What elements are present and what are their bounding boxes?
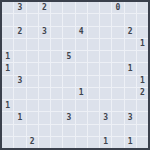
grid-cell-empty[interactable]: [76, 2, 87, 13]
grid-cell-empty[interactable]: [63, 14, 74, 25]
grid-cell-empty[interactable]: [39, 76, 50, 87]
grid-cell-empty[interactable]: [39, 100, 50, 111]
grid-cell-empty[interactable]: [63, 39, 74, 50]
grid-cell-empty[interactable]: [76, 125, 87, 136]
grid-cell-empty[interactable]: [125, 2, 136, 13]
grid-cell-empty[interactable]: [39, 63, 50, 74]
grid-cell-empty[interactable]: [2, 76, 13, 87]
grid-cell-empty[interactable]: [76, 76, 87, 87]
grid-cell-empty[interactable]: [100, 14, 111, 25]
grid-cell-empty[interactable]: [88, 76, 99, 87]
grid-cell-empty[interactable]: [112, 51, 123, 62]
grid-cell-empty[interactable]: [51, 88, 62, 99]
grid-cell-empty[interactable]: [88, 2, 99, 13]
grid-cell-clue[interactable]: 1: [137, 39, 148, 50]
grid-cell-empty[interactable]: [39, 112, 50, 123]
grid-cell-empty[interactable]: [125, 39, 136, 50]
grid-cell-empty[interactable]: [112, 112, 123, 123]
grid-cell-empty[interactable]: [125, 76, 136, 87]
grid-cell-empty[interactable]: [14, 51, 25, 62]
grid-cell-empty[interactable]: [2, 125, 13, 136]
grid-cell-empty[interactable]: [88, 100, 99, 111]
grid-cell-clue[interactable]: 3: [63, 112, 74, 123]
grid-cell-empty[interactable]: [112, 39, 123, 50]
grid-cell-empty[interactable]: [112, 125, 123, 136]
puzzle-board: 320234211511311211333211: [0, 0, 150, 150]
grid-cell-clue[interactable]: 3: [14, 76, 25, 87]
grid-cell-empty[interactable]: [88, 112, 99, 123]
grid-cell-empty[interactable]: [137, 112, 148, 123]
grid-cell-empty[interactable]: [88, 51, 99, 62]
grid-cell-empty[interactable]: [63, 137, 74, 148]
grid-cell-empty[interactable]: [27, 88, 38, 99]
grid-cell-clue[interactable]: 2: [125, 27, 136, 38]
grid-cell-empty[interactable]: [51, 125, 62, 136]
grid-cell-empty[interactable]: [63, 2, 74, 13]
grid-cell-empty[interactable]: [63, 88, 74, 99]
grid-cell-empty[interactable]: [63, 27, 74, 38]
grid-cell-empty[interactable]: [51, 14, 62, 25]
grid-cell-empty[interactable]: [112, 63, 123, 74]
grid-cell-empty[interactable]: [88, 137, 99, 148]
grid-cell-clue[interactable]: 2: [137, 88, 148, 99]
grid-cell-empty[interactable]: [27, 63, 38, 74]
grid-cell-clue[interactable]: 1: [2, 51, 13, 62]
grid-cell-empty[interactable]: [88, 39, 99, 50]
grid-cell-empty[interactable]: [27, 112, 38, 123]
grid-cell-empty[interactable]: [2, 137, 13, 148]
grid-cell-empty[interactable]: [100, 88, 111, 99]
grid-cell-empty[interactable]: [2, 14, 13, 25]
grid-cell-empty[interactable]: [88, 88, 99, 99]
grid-cell-empty[interactable]: [100, 27, 111, 38]
grid-cell-empty[interactable]: [51, 27, 62, 38]
grid-cell-empty[interactable]: [76, 137, 87, 148]
grid-cell-empty[interactable]: [63, 63, 74, 74]
grid-cell-empty[interactable]: [39, 14, 50, 25]
grid-cell-clue[interactable]: 1: [2, 63, 13, 74]
grid-cell-empty[interactable]: [125, 100, 136, 111]
grid-cell-empty[interactable]: [100, 51, 111, 62]
grid-cell-empty[interactable]: [51, 51, 62, 62]
grid-cell-clue[interactable]: 1: [100, 137, 111, 148]
grid-cell-empty[interactable]: [27, 2, 38, 13]
grid-cell-empty[interactable]: [100, 39, 111, 50]
grid-cell-empty[interactable]: [112, 14, 123, 25]
grid-cell-empty[interactable]: [100, 125, 111, 136]
grid-cell-empty[interactable]: [14, 100, 25, 111]
grid-cell-empty[interactable]: [88, 27, 99, 38]
grid-cell-empty[interactable]: [63, 125, 74, 136]
grid-cell-empty[interactable]: [39, 125, 50, 136]
grid-cell-empty[interactable]: [2, 112, 13, 123]
grid-cell-empty[interactable]: [63, 100, 74, 111]
grid-cell-empty[interactable]: [112, 100, 123, 111]
grid-cell-empty[interactable]: [125, 14, 136, 25]
grid-cell-clue[interactable]: 1: [2, 100, 13, 111]
grid-cell-empty[interactable]: [76, 14, 87, 25]
grid-cell-empty[interactable]: [112, 88, 123, 99]
grid-cell-empty[interactable]: [137, 63, 148, 74]
grid-cell-empty[interactable]: [112, 27, 123, 38]
grid-cell-empty[interactable]: [137, 27, 148, 38]
grid-cell-clue[interactable]: 1: [125, 137, 136, 148]
grid-cell-empty[interactable]: [14, 88, 25, 99]
grid-cell-empty[interactable]: [27, 125, 38, 136]
grid-cell-empty[interactable]: [76, 63, 87, 74]
grid-cell-empty[interactable]: [125, 125, 136, 136]
grid-cell-empty[interactable]: [112, 76, 123, 87]
grid-cell-empty[interactable]: [27, 51, 38, 62]
grid-cell-empty[interactable]: [137, 137, 148, 148]
grid-cell-clue[interactable]: 1: [125, 63, 136, 74]
grid-cell-empty[interactable]: [27, 100, 38, 111]
grid-cell-empty[interactable]: [137, 51, 148, 62]
grid-cell-empty[interactable]: [137, 125, 148, 136]
grid-cell-empty[interactable]: [51, 2, 62, 13]
grid-cell-empty[interactable]: [27, 39, 38, 50]
grid-cell-clue[interactable]: 1: [76, 88, 87, 99]
grid-cell-empty[interactable]: [51, 100, 62, 111]
grid-cell-empty[interactable]: [2, 27, 13, 38]
grid-cell-clue[interactable]: 2: [14, 27, 25, 38]
grid-cell-empty[interactable]: [112, 137, 123, 148]
grid-cell-empty[interactable]: [51, 39, 62, 50]
grid-cell-empty[interactable]: [2, 2, 13, 13]
grid-cell-empty[interactable]: [100, 100, 111, 111]
grid-cell-clue[interactable]: 0: [112, 2, 123, 13]
grid-cell-clue[interactable]: 1: [14, 112, 25, 123]
grid-cell-empty[interactable]: [14, 14, 25, 25]
grid-cell-empty[interactable]: [125, 51, 136, 62]
grid-cell-empty[interactable]: [51, 76, 62, 87]
grid-cell-empty[interactable]: [137, 2, 148, 13]
grid-cell-clue[interactable]: 2: [39, 2, 50, 13]
grid-cell-empty[interactable]: [88, 14, 99, 25]
grid-cell-empty[interactable]: [27, 27, 38, 38]
grid-cell-empty[interactable]: [14, 39, 25, 50]
grid-cell-empty[interactable]: [39, 137, 50, 148]
grid-cell-empty[interactable]: [63, 76, 74, 87]
grid-cell-empty[interactable]: [51, 63, 62, 74]
grid-cell-empty[interactable]: [88, 125, 99, 136]
grid-cell-empty[interactable]: [2, 88, 13, 99]
grid-cell-clue[interactable]: 5: [63, 51, 74, 62]
grid-cell-empty[interactable]: [51, 112, 62, 123]
grid-cell-empty[interactable]: [39, 51, 50, 62]
grid-cell-empty[interactable]: [76, 100, 87, 111]
grid-cell-clue[interactable]: 3: [39, 27, 50, 38]
grid-cell-empty[interactable]: [76, 112, 87, 123]
grid-cell-empty[interactable]: [14, 137, 25, 148]
grid-cell-empty[interactable]: [76, 39, 87, 50]
grid-cell-empty[interactable]: [76, 51, 87, 62]
grid-cell-clue[interactable]: 4: [76, 27, 87, 38]
grid-cell-empty[interactable]: [39, 39, 50, 50]
grid-cell-clue[interactable]: 3: [100, 112, 111, 123]
grid-cell-empty[interactable]: [137, 14, 148, 25]
grid-cell-clue[interactable]: 3: [14, 2, 25, 13]
grid-cell-empty[interactable]: [125, 88, 136, 99]
grid-cell-empty[interactable]: [27, 76, 38, 87]
grid-cell-empty[interactable]: [27, 14, 38, 25]
grid-cell-clue[interactable]: 1: [137, 76, 148, 87]
grid-cell-empty[interactable]: [51, 137, 62, 148]
grid-cell-empty[interactable]: [100, 63, 111, 74]
grid-cell-empty[interactable]: [14, 63, 25, 74]
grid-cell-empty[interactable]: [100, 76, 111, 87]
grid-cell-empty[interactable]: [39, 88, 50, 99]
grid-cell-empty[interactable]: [2, 39, 13, 50]
grid-cell-empty[interactable]: [100, 2, 111, 13]
grid-cell-empty[interactable]: [14, 125, 25, 136]
grid-cell-clue[interactable]: 2: [27, 137, 38, 148]
grid-cell-empty[interactable]: [137, 100, 148, 111]
grid-cell-clue[interactable]: 3: [125, 112, 136, 123]
grid-cell-empty[interactable]: [88, 63, 99, 74]
